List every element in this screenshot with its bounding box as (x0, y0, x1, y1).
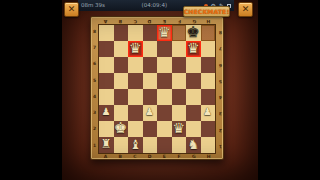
square-b7[interactable] (114, 41, 129, 57)
square-c4[interactable] (128, 89, 143, 105)
square-f2[interactable]: ♛ (172, 121, 187, 137)
close-button-left[interactable]: ✕ (64, 2, 79, 17)
rank-label-4: 4 (217, 89, 224, 105)
file-label-A: A (98, 17, 113, 24)
square-c1[interactable]: ♝ (128, 137, 143, 153)
square-e8[interactable]: ♛ (157, 25, 172, 41)
square-h8[interactable] (201, 25, 216, 41)
square-g8[interactable]: ♚ (186, 25, 201, 41)
piece-white-queen: ♛ (129, 41, 142, 55)
file-label-H: H (201, 154, 216, 161)
square-b1[interactable] (114, 137, 129, 153)
file-label-F: F (172, 17, 187, 24)
square-d8[interactable] (143, 25, 158, 41)
file-label-A: A (98, 154, 113, 161)
file-labels-top: ABCDEFGH (98, 17, 216, 24)
file-label-D: D (142, 17, 157, 24)
square-e2[interactable] (157, 121, 172, 137)
rank-labels-right: 87654321 (217, 24, 224, 154)
square-e1[interactable] (157, 137, 172, 153)
square-c8[interactable] (128, 25, 143, 41)
rank-label-6: 6 (217, 57, 224, 73)
game-timer: 08m 39s (81, 3, 105, 9)
square-c7[interactable]: ♛ (128, 41, 143, 57)
screenshot-stage: 08m 39s (04:09:4) ⚙ ✎ ✕ ✕ CHECKMATE! ABC… (0, 0, 320, 180)
square-d3[interactable]: ♟ (143, 105, 158, 121)
square-h1[interactable] (201, 137, 216, 153)
close-icon: ✕ (68, 5, 76, 14)
close-icon: ✕ (242, 5, 250, 14)
app-area: 08m 39s (04:09:4) ⚙ ✎ ✕ ✕ CHECKMATE! ABC… (62, 0, 258, 180)
square-c5[interactable] (128, 73, 143, 89)
close-button-right[interactable]: ✕ (238, 2, 253, 17)
chess-board-frame: ABCDEFGH 87654321 87654321 ABCDEFGH ♛♚♛♛… (90, 16, 224, 160)
rank-label-3: 3 (217, 105, 224, 121)
piece-white-king: ♚ (114, 121, 127, 136)
square-d6[interactable] (143, 57, 158, 73)
file-label-H: H (201, 17, 216, 24)
square-b4[interactable] (114, 89, 129, 105)
square-d4[interactable] (143, 89, 158, 105)
file-label-D: D (142, 154, 157, 161)
piece-white-knight: ♞ (187, 138, 199, 151)
square-f7[interactable] (172, 41, 187, 57)
file-label-E: E (157, 17, 172, 24)
file-label-G: G (187, 154, 202, 161)
square-d1[interactable] (143, 137, 158, 153)
file-label-C: C (128, 17, 143, 24)
piece-white-bishop: ♝ (129, 138, 141, 151)
rank-label-1: 1 (91, 138, 98, 154)
square-h6[interactable] (201, 57, 216, 73)
file-label-F: F (172, 154, 187, 161)
checkmate-banner: CHECKMATE! (183, 6, 230, 17)
rank-label-7: 7 (217, 40, 224, 56)
square-e7[interactable] (157, 41, 172, 57)
square-b2[interactable]: ♚ (114, 121, 129, 137)
file-label-C: C (128, 154, 143, 161)
square-a3[interactable]: ♟ (99, 105, 114, 121)
file-label-B: B (113, 17, 128, 24)
file-label-G: G (187, 17, 202, 24)
checkmate-banner-label: CHECKMATE! (184, 9, 230, 15)
file-label-E: E (157, 154, 172, 161)
rank-label-8: 8 (217, 24, 224, 40)
square-g2[interactable] (186, 121, 201, 137)
square-d2[interactable] (143, 121, 158, 137)
square-a2[interactable] (99, 121, 114, 137)
square-h7[interactable] (201, 41, 216, 57)
square-a5[interactable] (99, 73, 114, 89)
rank-labels-left: 87654321 (91, 24, 98, 154)
square-h3[interactable]: ♟ (201, 105, 216, 121)
rank-label-3: 3 (91, 105, 98, 121)
file-labels-bottom: ABCDEFGH (98, 154, 216, 161)
rank-label-5: 5 (217, 73, 224, 89)
rank-label-8: 8 (91, 24, 98, 40)
square-g4[interactable] (186, 89, 201, 105)
piece-white-pawn: ♟ (102, 107, 111, 117)
square-f8[interactable] (172, 25, 187, 41)
square-f5[interactable] (172, 73, 187, 89)
rank-label-7: 7 (91, 40, 98, 56)
piece-white-queen: ♛ (158, 25, 171, 39)
piece-white-pawn: ♟ (145, 107, 154, 117)
file-label-B: B (113, 154, 128, 161)
piece-white-pawn: ♟ (203, 107, 212, 117)
square-h2[interactable] (201, 121, 216, 137)
chess-board: ♛♚♛♛♟♟♟♚♛♜♝♞ (98, 24, 216, 154)
game-info-text: (04:09:4) (142, 3, 168, 9)
square-b5[interactable] (114, 73, 129, 89)
square-f4[interactable] (172, 89, 187, 105)
rank-label-2: 2 (91, 122, 98, 138)
square-b3[interactable] (114, 105, 129, 121)
rank-label-1: 1 (217, 138, 224, 154)
square-g3[interactable] (186, 105, 201, 121)
rank-label-6: 6 (91, 57, 98, 73)
square-d5[interactable] (143, 73, 158, 89)
square-c6[interactable] (128, 57, 143, 73)
rank-label-2: 2 (217, 122, 224, 138)
square-a6[interactable] (99, 57, 114, 73)
square-c3[interactable] (128, 105, 143, 121)
square-e6[interactable] (157, 57, 172, 73)
square-a8[interactable] (99, 25, 114, 41)
piece-white-queen: ♛ (187, 41, 200, 55)
square-e3[interactable] (157, 105, 172, 121)
rank-label-5: 5 (91, 73, 98, 89)
square-a1[interactable]: ♜ (99, 137, 114, 153)
piece-white-queen: ♛ (172, 121, 185, 135)
square-f1[interactable] (172, 137, 187, 153)
square-f3[interactable] (172, 105, 187, 121)
square-f6[interactable] (172, 57, 187, 73)
piece-black-king: ♚ (187, 25, 200, 40)
square-h4[interactable] (201, 89, 216, 105)
piece-white-rook: ♜ (101, 138, 112, 150)
square-a4[interactable] (99, 89, 114, 105)
square-b6[interactable] (114, 57, 129, 73)
square-g5[interactable] (186, 73, 201, 89)
square-h5[interactable] (201, 73, 216, 89)
square-a7[interactable] (99, 41, 114, 57)
square-b8[interactable] (114, 25, 129, 41)
rank-label-4: 4 (91, 89, 98, 105)
square-g7[interactable]: ♛ (186, 41, 201, 57)
square-e4[interactable] (157, 89, 172, 105)
square-g6[interactable] (186, 57, 201, 73)
square-g1[interactable]: ♞ (186, 137, 201, 153)
square-d7[interactable] (143, 41, 158, 57)
square-c2[interactable] (128, 121, 143, 137)
square-e5[interactable] (157, 73, 172, 89)
